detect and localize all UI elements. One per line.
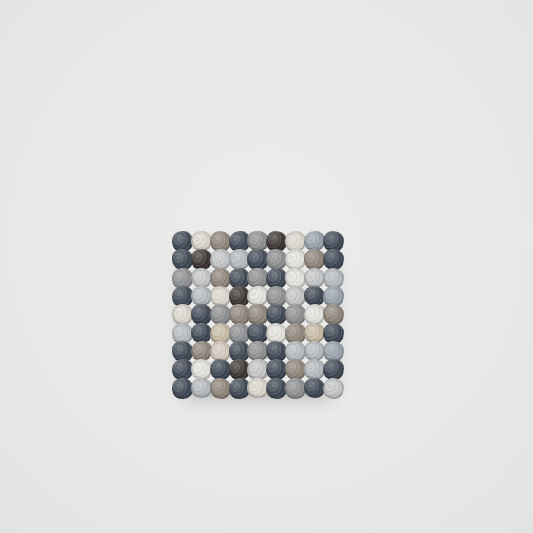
felt-ball <box>322 377 344 399</box>
felt-ball <box>191 268 212 289</box>
felt-ball <box>322 249 344 271</box>
felt-ball <box>191 249 212 270</box>
felt-ball <box>191 359 212 380</box>
trivet-board <box>173 232 343 397</box>
felt-ball <box>322 304 344 326</box>
felt-ball <box>191 378 212 399</box>
felt-ball <box>191 323 212 344</box>
felt-ball <box>191 304 212 325</box>
felt-ball <box>322 359 344 381</box>
